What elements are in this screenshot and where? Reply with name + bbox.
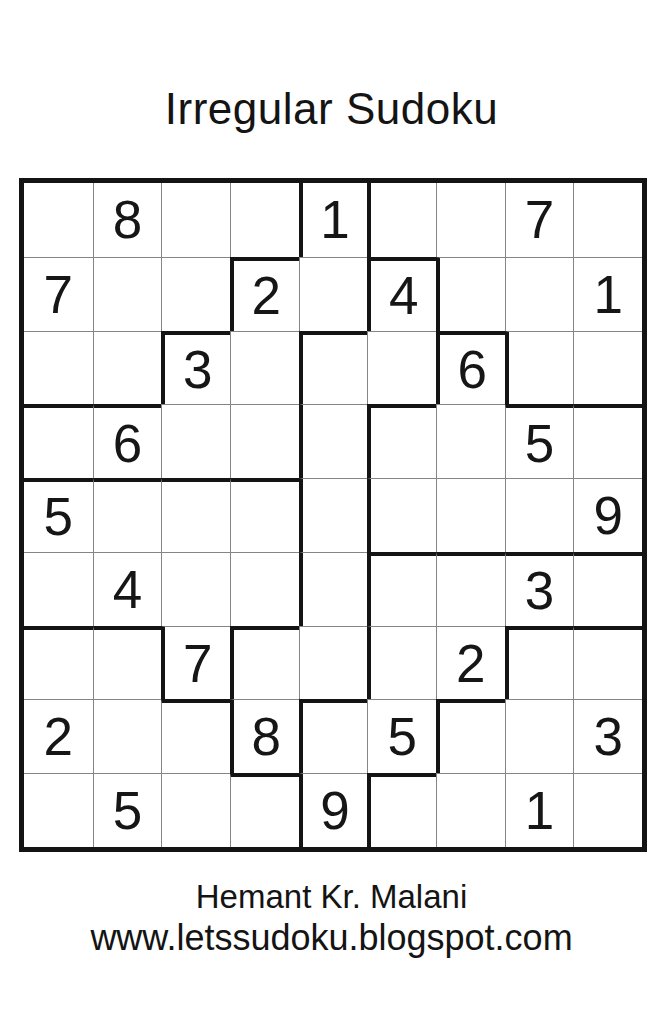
cell-r9c7[interactable] xyxy=(436,773,505,847)
sudoku-board: 817724136655943722853591 xyxy=(19,178,647,852)
cell-r2c7[interactable] xyxy=(436,257,505,331)
cell-r4c7[interactable] xyxy=(436,404,505,478)
author-credit: Hemant Kr. Malani xyxy=(0,876,663,917)
cell-r3c1[interactable] xyxy=(24,331,93,405)
cell-r6c9[interactable] xyxy=(573,552,642,626)
cell-r1c7[interactable] xyxy=(436,183,505,257)
cell-r4c3[interactable] xyxy=(161,404,230,478)
cell-r2c1[interactable]: 7 xyxy=(24,257,93,331)
cell-r5c1[interactable]: 5 xyxy=(24,478,93,552)
cell-r4c2[interactable]: 6 xyxy=(93,404,162,478)
cell-r1c6[interactable] xyxy=(367,183,436,257)
cell-r4c1[interactable] xyxy=(24,404,93,478)
cell-r5c4[interactable] xyxy=(230,478,299,552)
cell-r6c1[interactable] xyxy=(24,552,93,626)
cell-r9c1[interactable] xyxy=(24,773,93,847)
cell-r3c6[interactable] xyxy=(367,331,436,405)
cell-r4c8[interactable]: 5 xyxy=(505,404,574,478)
cell-r8c2[interactable] xyxy=(93,699,162,773)
page-title: Irregular Sudoku xyxy=(0,84,663,134)
cell-r3c8[interactable] xyxy=(505,331,574,405)
cell-r9c2[interactable]: 5 xyxy=(93,773,162,847)
cell-r7c5[interactable] xyxy=(299,626,368,700)
cell-r2c5[interactable] xyxy=(299,257,368,331)
cell-r8c4[interactable]: 8 xyxy=(230,699,299,773)
cell-r9c4[interactable] xyxy=(230,773,299,847)
cell-r2c3[interactable] xyxy=(161,257,230,331)
cell-r6c6[interactable] xyxy=(367,552,436,626)
cell-r8c8[interactable] xyxy=(505,699,574,773)
cell-r1c9[interactable] xyxy=(573,183,642,257)
cell-r4c5[interactable] xyxy=(299,404,368,478)
cell-r1c2[interactable]: 8 xyxy=(93,183,162,257)
cell-r3c2[interactable] xyxy=(93,331,162,405)
website-link[interactable]: www.letssudoku.blogspot.com xyxy=(0,917,663,959)
cell-r5c2[interactable] xyxy=(93,478,162,552)
cell-r2c6[interactable]: 4 xyxy=(367,257,436,331)
cell-r7c6[interactable] xyxy=(367,626,436,700)
cell-r7c8[interactable] xyxy=(505,626,574,700)
cell-r3c5[interactable] xyxy=(299,331,368,405)
cell-r8c1[interactable]: 2 xyxy=(24,699,93,773)
cell-r1c4[interactable] xyxy=(230,183,299,257)
cell-r8c9[interactable]: 3 xyxy=(573,699,642,773)
cell-r8c6[interactable]: 5 xyxy=(367,699,436,773)
cell-r9c3[interactable] xyxy=(161,773,230,847)
cell-r7c1[interactable] xyxy=(24,626,93,700)
cell-r3c4[interactable] xyxy=(230,331,299,405)
cell-r5c9[interactable]: 9 xyxy=(573,478,642,552)
cell-r7c7[interactable]: 2 xyxy=(436,626,505,700)
cell-r2c2[interactable] xyxy=(93,257,162,331)
cell-r2c4[interactable]: 2 xyxy=(230,257,299,331)
cell-r1c5[interactable]: 1 xyxy=(299,183,368,257)
cell-r6c5[interactable] xyxy=(299,552,368,626)
cell-r3c9[interactable] xyxy=(573,331,642,405)
cell-r3c3[interactable]: 3 xyxy=(161,331,230,405)
cell-r6c4[interactable] xyxy=(230,552,299,626)
cell-r2c8[interactable] xyxy=(505,257,574,331)
cell-r5c6[interactable] xyxy=(367,478,436,552)
cell-r5c7[interactable] xyxy=(436,478,505,552)
cell-r5c8[interactable] xyxy=(505,478,574,552)
cell-r7c2[interactable] xyxy=(93,626,162,700)
cell-r6c3[interactable] xyxy=(161,552,230,626)
cell-r7c3[interactable]: 7 xyxy=(161,626,230,700)
cell-r9c8[interactable]: 1 xyxy=(505,773,574,847)
cell-r9c9[interactable] xyxy=(573,773,642,847)
cell-r7c9[interactable] xyxy=(573,626,642,700)
cell-r5c3[interactable] xyxy=(161,478,230,552)
cell-r5c5[interactable] xyxy=(299,478,368,552)
cell-r8c5[interactable] xyxy=(299,699,368,773)
cell-r3c7[interactable]: 6 xyxy=(436,331,505,405)
cell-r7c4[interactable] xyxy=(230,626,299,700)
cell-r8c7[interactable] xyxy=(436,699,505,773)
cell-r4c6[interactable] xyxy=(367,404,436,478)
cell-r9c5[interactable]: 9 xyxy=(299,773,368,847)
cell-r9c6[interactable] xyxy=(367,773,436,847)
cell-r6c2[interactable]: 4 xyxy=(93,552,162,626)
cell-r6c8[interactable]: 3 xyxy=(505,552,574,626)
cell-r4c4[interactable] xyxy=(230,404,299,478)
cell-r6c7[interactable] xyxy=(436,552,505,626)
cell-r4c9[interactable] xyxy=(573,404,642,478)
cell-r1c3[interactable] xyxy=(161,183,230,257)
cell-r1c1[interactable] xyxy=(24,183,93,257)
cell-r8c3[interactable] xyxy=(161,699,230,773)
cell-r1c8[interactable]: 7 xyxy=(505,183,574,257)
cell-r2c9[interactable]: 1 xyxy=(573,257,642,331)
page-footer: Hemant Kr. Malani www.letssudoku.blogspo… xyxy=(0,876,663,959)
